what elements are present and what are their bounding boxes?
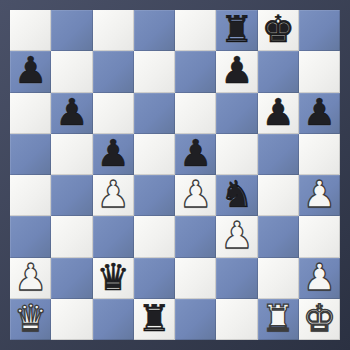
square-g6[interactable]: ♟: [258, 93, 299, 134]
black-rook[interactable]: ♜: [138, 298, 171, 339]
black-knight[interactable]: ♞: [220, 174, 253, 215]
square-e4[interactable]: ♟: [175, 175, 216, 216]
square-e1[interactable]: [175, 299, 216, 340]
square-d5[interactable]: [134, 134, 175, 175]
square-h4[interactable]: ♟: [299, 175, 340, 216]
black-pawn[interactable]: ♟: [14, 50, 47, 91]
square-b8[interactable]: [51, 10, 92, 51]
square-f2[interactable]: [216, 258, 257, 299]
square-h8[interactable]: [299, 10, 340, 51]
black-pawn[interactable]: ♟: [262, 92, 295, 133]
square-d4[interactable]: [134, 175, 175, 216]
white-pawn[interactable]: ♟: [303, 257, 336, 298]
square-g4[interactable]: [258, 175, 299, 216]
square-c4[interactable]: ♟: [93, 175, 134, 216]
square-a1[interactable]: ♛: [10, 299, 51, 340]
square-b4[interactable]: [51, 175, 92, 216]
square-a7[interactable]: ♟: [10, 51, 51, 92]
square-c3[interactable]: [93, 216, 134, 257]
square-d8[interactable]: [134, 10, 175, 51]
white-queen[interactable]: ♛: [14, 298, 47, 339]
square-b6[interactable]: ♟: [51, 93, 92, 134]
square-h2[interactable]: ♟: [299, 258, 340, 299]
square-a3[interactable]: [10, 216, 51, 257]
square-b2[interactable]: [51, 258, 92, 299]
white-rook[interactable]: ♜: [262, 298, 295, 339]
square-b5[interactable]: [51, 134, 92, 175]
square-h3[interactable]: [299, 216, 340, 257]
square-f7[interactable]: ♟: [216, 51, 257, 92]
square-c1[interactable]: [93, 299, 134, 340]
black-rook[interactable]: ♜: [220, 9, 253, 50]
square-c5[interactable]: ♟: [93, 134, 134, 175]
white-pawn[interactable]: ♟: [179, 174, 212, 215]
square-d2[interactable]: [134, 258, 175, 299]
black-queen[interactable]: ♛: [97, 257, 130, 298]
square-c2[interactable]: ♛: [93, 258, 134, 299]
square-g2[interactable]: [258, 258, 299, 299]
black-pawn[interactable]: ♟: [303, 92, 336, 133]
white-pawn[interactable]: ♟: [220, 215, 253, 256]
square-e5[interactable]: ♟: [175, 134, 216, 175]
square-h7[interactable]: [299, 51, 340, 92]
square-f4[interactable]: ♞: [216, 175, 257, 216]
black-king[interactable]: ♚: [262, 9, 295, 50]
chess-board-frame: ♜♚♟♟♟♟♟♟♟♟♟♞♟♟♟♛♟♛♜♜♚: [0, 0, 350, 350]
square-e7[interactable]: [175, 51, 216, 92]
square-c6[interactable]: [93, 93, 134, 134]
white-pawn[interactable]: ♟: [97, 174, 130, 215]
square-a2[interactable]: ♟: [10, 258, 51, 299]
white-pawn[interactable]: ♟: [14, 257, 47, 298]
square-h1[interactable]: ♚: [299, 299, 340, 340]
square-e6[interactable]: [175, 93, 216, 134]
square-f3[interactable]: ♟: [216, 216, 257, 257]
square-c8[interactable]: [93, 10, 134, 51]
square-h6[interactable]: ♟: [299, 93, 340, 134]
square-a4[interactable]: [10, 175, 51, 216]
square-d6[interactable]: [134, 93, 175, 134]
square-f1[interactable]: [216, 299, 257, 340]
square-a8[interactable]: [10, 10, 51, 51]
black-pawn[interactable]: ♟: [220, 50, 253, 91]
square-c7[interactable]: [93, 51, 134, 92]
square-e2[interactable]: [175, 258, 216, 299]
square-b7[interactable]: [51, 51, 92, 92]
chess-board: ♜♚♟♟♟♟♟♟♟♟♟♞♟♟♟♛♟♛♜♜♚: [10, 10, 340, 340]
square-f8[interactable]: ♜: [216, 10, 257, 51]
square-a6[interactable]: [10, 93, 51, 134]
square-g1[interactable]: ♜: [258, 299, 299, 340]
square-g3[interactable]: [258, 216, 299, 257]
square-b1[interactable]: [51, 299, 92, 340]
white-pawn[interactable]: ♟: [303, 174, 336, 215]
square-b3[interactable]: [51, 216, 92, 257]
square-e8[interactable]: [175, 10, 216, 51]
square-h5[interactable]: [299, 134, 340, 175]
white-king[interactable]: ♚: [303, 298, 336, 339]
square-g7[interactable]: [258, 51, 299, 92]
black-pawn[interactable]: ♟: [97, 133, 130, 174]
square-d1[interactable]: ♜: [134, 299, 175, 340]
square-g8[interactable]: ♚: [258, 10, 299, 51]
square-g5[interactable]: [258, 134, 299, 175]
square-d3[interactable]: [134, 216, 175, 257]
square-e3[interactable]: [175, 216, 216, 257]
square-f5[interactable]: [216, 134, 257, 175]
square-d7[interactable]: [134, 51, 175, 92]
square-f6[interactable]: [216, 93, 257, 134]
black-pawn[interactable]: ♟: [55, 92, 88, 133]
square-a5[interactable]: [10, 134, 51, 175]
black-pawn[interactable]: ♟: [179, 133, 212, 174]
